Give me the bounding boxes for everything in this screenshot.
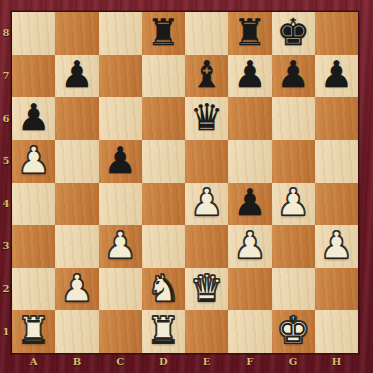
square-d7[interactable] bbox=[142, 55, 185, 98]
square-g6[interactable] bbox=[272, 97, 315, 140]
piece-white-rook[interactable]: ♜ bbox=[147, 312, 180, 349]
square-e6[interactable]: ♛ bbox=[185, 97, 228, 140]
square-c4[interactable] bbox=[99, 183, 142, 226]
square-a5[interactable]: ♟ bbox=[12, 140, 55, 183]
square-d2[interactable]: ♞ bbox=[142, 268, 185, 311]
square-g4[interactable]: ♟ bbox=[272, 183, 315, 226]
square-h1[interactable] bbox=[315, 310, 358, 353]
square-b2[interactable]: ♟ bbox=[55, 268, 98, 311]
square-a3[interactable] bbox=[12, 225, 55, 268]
piece-white-pawn[interactable]: ♟ bbox=[320, 227, 353, 264]
piece-black-bishop[interactable]: ♝ bbox=[190, 56, 223, 93]
piece-black-queen[interactable]: ♛ bbox=[190, 99, 223, 136]
piece-black-rook[interactable]: ♜ bbox=[147, 14, 180, 51]
chess-board: ♜♜♚♟♝♟♟♟♟♛♟♟♟♟♟♟♟♟♟♞♛♜♜♚ bbox=[12, 12, 358, 353]
square-f1[interactable] bbox=[228, 310, 271, 353]
piece-black-king[interactable]: ♚ bbox=[277, 14, 310, 51]
rank-label-7: 7 bbox=[0, 70, 12, 82]
square-f6[interactable] bbox=[228, 97, 271, 140]
piece-white-rook[interactable]: ♜ bbox=[17, 312, 50, 349]
square-a1[interactable]: ♜ bbox=[12, 310, 55, 353]
piece-black-pawn[interactable]: ♟ bbox=[277, 56, 310, 93]
square-g5[interactable] bbox=[272, 140, 315, 183]
square-b3[interactable] bbox=[55, 225, 98, 268]
square-a8[interactable] bbox=[12, 12, 55, 55]
file-label-a: A bbox=[12, 355, 55, 369]
square-c1[interactable] bbox=[99, 310, 142, 353]
square-b4[interactable] bbox=[55, 183, 98, 226]
square-h7[interactable]: ♟ bbox=[315, 55, 358, 98]
square-b8[interactable] bbox=[55, 12, 98, 55]
piece-black-rook[interactable]: ♜ bbox=[233, 14, 266, 51]
square-f3[interactable]: ♟ bbox=[228, 225, 271, 268]
piece-black-pawn[interactable]: ♟ bbox=[17, 99, 50, 136]
piece-black-pawn[interactable]: ♟ bbox=[233, 184, 266, 221]
square-d4[interactable] bbox=[142, 183, 185, 226]
square-f8[interactable]: ♜ bbox=[228, 12, 271, 55]
square-a4[interactable] bbox=[12, 183, 55, 226]
square-h2[interactable] bbox=[315, 268, 358, 311]
square-c5[interactable]: ♟ bbox=[99, 140, 142, 183]
square-b6[interactable] bbox=[55, 97, 98, 140]
square-a2[interactable] bbox=[12, 268, 55, 311]
square-h3[interactable]: ♟ bbox=[315, 225, 358, 268]
chess-board-frame: ♜♜♚♟♝♟♟♟♟♛♟♟♟♟♟♟♟♟♟♞♛♜♜♚ 87654321ABCDEFG… bbox=[0, 0, 373, 373]
square-h6[interactable] bbox=[315, 97, 358, 140]
square-g7[interactable]: ♟ bbox=[272, 55, 315, 98]
rank-label-1: 1 bbox=[0, 326, 12, 338]
square-b5[interactable] bbox=[55, 140, 98, 183]
rank-label-2: 2 bbox=[0, 283, 12, 295]
square-d5[interactable] bbox=[142, 140, 185, 183]
square-b7[interactable]: ♟ bbox=[55, 55, 98, 98]
square-c3[interactable]: ♟ bbox=[99, 225, 142, 268]
piece-white-pawn[interactable]: ♟ bbox=[277, 184, 310, 221]
square-h5[interactable] bbox=[315, 140, 358, 183]
square-f5[interactable] bbox=[228, 140, 271, 183]
file-label-h: H bbox=[315, 355, 358, 369]
square-g1[interactable]: ♚ bbox=[272, 310, 315, 353]
square-f7[interactable]: ♟ bbox=[228, 55, 271, 98]
square-e5[interactable] bbox=[185, 140, 228, 183]
square-g3[interactable] bbox=[272, 225, 315, 268]
file-label-d: D bbox=[142, 355, 185, 369]
piece-black-pawn[interactable]: ♟ bbox=[104, 142, 137, 179]
square-c6[interactable] bbox=[99, 97, 142, 140]
piece-white-pawn[interactable]: ♟ bbox=[190, 184, 223, 221]
piece-white-pawn[interactable]: ♟ bbox=[60, 270, 93, 307]
square-c8[interactable] bbox=[99, 12, 142, 55]
square-e2[interactable]: ♛ bbox=[185, 268, 228, 311]
square-d1[interactable]: ♜ bbox=[142, 310, 185, 353]
piece-black-pawn[interactable]: ♟ bbox=[320, 56, 353, 93]
square-e4[interactable]: ♟ bbox=[185, 183, 228, 226]
square-c7[interactable] bbox=[99, 55, 142, 98]
square-b1[interactable] bbox=[55, 310, 98, 353]
piece-white-pawn[interactable]: ♟ bbox=[233, 227, 266, 264]
square-e1[interactable] bbox=[185, 310, 228, 353]
square-a7[interactable] bbox=[12, 55, 55, 98]
square-e8[interactable] bbox=[185, 12, 228, 55]
square-e7[interactable]: ♝ bbox=[185, 55, 228, 98]
piece-white-queen[interactable]: ♛ bbox=[190, 270, 223, 307]
square-g2[interactable] bbox=[272, 268, 315, 311]
rank-label-8: 8 bbox=[0, 27, 12, 39]
square-e3[interactable] bbox=[185, 225, 228, 268]
square-f4[interactable]: ♟ bbox=[228, 183, 271, 226]
rank-label-5: 5 bbox=[0, 155, 12, 167]
square-f2[interactable] bbox=[228, 268, 271, 311]
rank-label-4: 4 bbox=[0, 198, 12, 210]
file-label-f: F bbox=[228, 355, 271, 369]
file-label-g: G bbox=[272, 355, 315, 369]
square-h4[interactable] bbox=[315, 183, 358, 226]
rank-label-3: 3 bbox=[0, 240, 12, 252]
piece-white-pawn[interactable]: ♟ bbox=[17, 142, 50, 179]
file-label-c: C bbox=[99, 355, 142, 369]
piece-black-pawn[interactable]: ♟ bbox=[60, 56, 93, 93]
piece-white-king[interactable]: ♚ bbox=[277, 312, 310, 349]
piece-black-pawn[interactable]: ♟ bbox=[233, 56, 266, 93]
square-h8[interactable] bbox=[315, 12, 358, 55]
square-d8[interactable]: ♜ bbox=[142, 12, 185, 55]
square-d3[interactable] bbox=[142, 225, 185, 268]
file-label-e: E bbox=[185, 355, 228, 369]
square-d6[interactable] bbox=[142, 97, 185, 140]
square-g8[interactable]: ♚ bbox=[272, 12, 315, 55]
piece-white-knight[interactable]: ♞ bbox=[147, 270, 180, 307]
square-c2[interactable] bbox=[99, 268, 142, 311]
file-label-b: B bbox=[55, 355, 98, 369]
piece-white-pawn[interactable]: ♟ bbox=[104, 227, 137, 264]
square-a6[interactable]: ♟ bbox=[12, 97, 55, 140]
rank-label-6: 6 bbox=[0, 113, 12, 125]
